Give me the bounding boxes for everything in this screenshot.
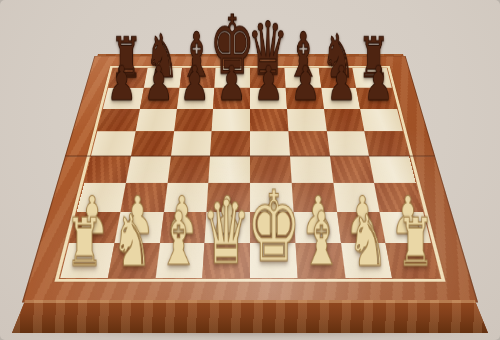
square-a6 <box>97 109 140 132</box>
square-g6 <box>324 109 365 132</box>
square-h6 <box>360 109 403 132</box>
square-h5 <box>365 131 409 156</box>
white-knight: ♞ <box>112 205 152 276</box>
square-c5 <box>171 131 212 156</box>
white-rook: ♜ <box>397 209 434 276</box>
black-pawn: ♟ <box>180 60 210 108</box>
square-c4 <box>167 156 210 183</box>
square-f5 <box>288 131 329 156</box>
square-h7: ♟ <box>356 88 397 109</box>
square-g4 <box>330 156 375 183</box>
square-a4 <box>84 156 130 183</box>
black-pawn: ♟ <box>364 60 394 108</box>
square-e1: ♚ <box>250 243 297 278</box>
white-king: ♚ <box>247 179 301 277</box>
square-f7: ♟ <box>285 88 323 109</box>
square-d1: ♛ <box>203 243 250 278</box>
square-d7: ♟ <box>213 88 250 109</box>
square-g5 <box>326 131 369 156</box>
square-c7: ♟ <box>176 88 214 109</box>
square-c6 <box>174 109 214 132</box>
white-rook: ♜ <box>66 209 103 276</box>
white-bishop: ♝ <box>300 202 341 276</box>
square-b5 <box>131 131 174 156</box>
white-knight: ♞ <box>348 205 388 276</box>
square-f1: ♝ <box>295 243 345 278</box>
board-top-face-scene: ♜♞♝♚♛♝♞♜♟♟♟♟♟♟♟♟♟♟♟♟♟♟♟♟♜♞♝♛♚♝♞♜ <box>22 56 478 303</box>
black-pawn: ♟ <box>107 60 137 108</box>
square-b7: ♟ <box>140 88 179 109</box>
square-b4 <box>126 156 171 183</box>
black-pawn: ♟ <box>290 60 320 108</box>
white-queen: ♛ <box>202 188 251 276</box>
square-d4 <box>209 156 250 183</box>
box-front-top-edge-highlight <box>12 300 488 303</box>
white-bishop: ♝ <box>158 202 199 276</box>
black-pawn: ♟ <box>217 60 247 108</box>
black-pawn: ♟ <box>143 60 173 108</box>
square-e7: ♟ <box>250 88 287 109</box>
square-h4 <box>369 156 415 183</box>
square-a7: ♟ <box>103 88 144 109</box>
square-a1: ♜ <box>60 243 114 278</box>
square-h1: ♜ <box>386 243 440 278</box>
box-front-face <box>12 300 488 333</box>
square-f6 <box>287 109 327 132</box>
black-pawn: ♟ <box>327 60 357 108</box>
square-g1: ♞ <box>341 243 393 278</box>
black-pawn: ♟ <box>253 60 283 108</box>
square-d6 <box>212 109 250 132</box>
square-g7: ♟ <box>321 88 360 109</box>
square-a5 <box>91 131 135 156</box>
chess-board-grid: ♜♞♝♚♛♝♞♜♟♟♟♟♟♟♟♟♟♟♟♟♟♟♟♟♜♞♝♛♚♝♞♜ <box>60 68 440 278</box>
square-b1: ♞ <box>108 243 160 278</box>
square-e5 <box>250 131 290 156</box>
product-photo: ♜♞♝♚♛♝♞♜♟♟♟♟♟♟♟♟♟♟♟♟♟♟♟♟♜♞♝♛♚♝♞♜ <box>0 0 500 340</box>
square-d5 <box>210 131 250 156</box>
square-b6 <box>135 109 176 132</box>
square-e6 <box>250 109 288 132</box>
board-frame: ♜♞♝♚♛♝♞♜♟♟♟♟♟♟♟♟♟♟♟♟♟♟♟♟♜♞♝♛♚♝♞♜ <box>22 56 478 303</box>
square-c1: ♝ <box>155 243 205 278</box>
